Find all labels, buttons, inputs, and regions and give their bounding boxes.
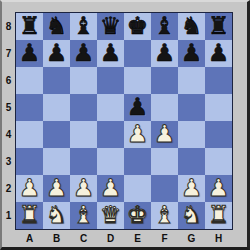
piece-black-pawn[interactable]: ♟ [46, 40, 68, 67]
square-d1[interactable]: ♛ [97, 202, 124, 229]
square-h5[interactable] [205, 94, 232, 121]
file-label-c: C [70, 232, 97, 245]
piece-white-bishop[interactable]: ♝ [73, 202, 95, 229]
square-f1[interactable]: ♝ [151, 202, 178, 229]
piece-black-knight[interactable]: ♞ [181, 13, 203, 40]
square-a2[interactable]: ♟ [16, 175, 43, 202]
square-f7[interactable]: ♟ [151, 40, 178, 67]
rank-label-5: 5 [3, 94, 14, 121]
square-b1[interactable]: ♞ [43, 202, 70, 229]
piece-black-bishop[interactable]: ♝ [73, 13, 95, 40]
square-d2[interactable]: ♟ [97, 175, 124, 202]
piece-black-king[interactable]: ♚ [127, 13, 149, 40]
board-frame: 87654321 ♜♞♝♛♚♝♞♜♟♟♟♟♟♟♟♟♟♟♟♟♟♟♟♟♜♞♝♛♚♝♞… [0, 0, 250, 250]
square-g8[interactable]: ♞ [178, 13, 205, 40]
piece-black-rook[interactable]: ♜ [19, 13, 41, 40]
piece-white-pawn[interactable]: ♟ [73, 175, 95, 202]
square-b4[interactable] [43, 121, 70, 148]
square-b6[interactable] [43, 67, 70, 94]
square-g1[interactable]: ♞ [178, 202, 205, 229]
piece-white-pawn[interactable]: ♟ [100, 175, 122, 202]
square-g4[interactable] [178, 121, 205, 148]
piece-white-knight[interactable]: ♞ [46, 202, 68, 229]
square-d7[interactable]: ♟ [97, 40, 124, 67]
square-a4[interactable] [16, 121, 43, 148]
square-e1[interactable]: ♚ [124, 202, 151, 229]
piece-white-pawn[interactable]: ♟ [208, 175, 230, 202]
square-f5[interactable] [151, 94, 178, 121]
square-e3[interactable] [124, 148, 151, 175]
file-label-g: G [178, 232, 205, 245]
piece-black-pawn[interactable]: ♟ [73, 40, 95, 67]
square-d3[interactable] [97, 148, 124, 175]
square-b8[interactable]: ♞ [43, 13, 70, 40]
piece-white-pawn[interactable]: ♟ [181, 175, 203, 202]
file-label-e: E [124, 232, 151, 245]
square-c1[interactable]: ♝ [70, 202, 97, 229]
square-e7[interactable] [124, 40, 151, 67]
square-d8[interactable]: ♛ [97, 13, 124, 40]
rank-label-7: 7 [3, 40, 14, 67]
rank-label-1: 1 [3, 202, 14, 229]
piece-black-pawn[interactable]: ♟ [19, 40, 41, 67]
square-c4[interactable] [70, 121, 97, 148]
rank-label-4: 4 [3, 121, 14, 148]
piece-black-queen[interactable]: ♛ [100, 13, 122, 40]
square-f3[interactable] [151, 148, 178, 175]
rank-label-8: 8 [3, 13, 14, 40]
square-c6[interactable] [70, 67, 97, 94]
piece-white-pawn[interactable]: ♟ [127, 121, 149, 148]
piece-white-pawn[interactable]: ♟ [19, 175, 41, 202]
piece-black-pawn[interactable]: ♟ [181, 40, 203, 67]
square-e8[interactable]: ♚ [124, 13, 151, 40]
square-g5[interactable] [178, 94, 205, 121]
piece-white-knight[interactable]: ♞ [181, 202, 203, 229]
file-labels: ABCDEFGH [16, 232, 232, 245]
square-b7[interactable]: ♟ [43, 40, 70, 67]
square-h7[interactable]: ♟ [205, 40, 232, 67]
square-h6[interactable] [205, 67, 232, 94]
piece-white-queen[interactable]: ♛ [100, 202, 122, 229]
square-a1[interactable]: ♜ [16, 202, 43, 229]
square-d5[interactable] [97, 94, 124, 121]
square-h4[interactable] [205, 121, 232, 148]
piece-white-rook[interactable]: ♜ [19, 202, 41, 229]
file-label-a: A [16, 232, 43, 245]
piece-black-bishop[interactable]: ♝ [154, 13, 176, 40]
square-g2[interactable]: ♟ [178, 175, 205, 202]
square-e6[interactable] [124, 67, 151, 94]
square-f4[interactable]: ♟ [151, 121, 178, 148]
square-f6[interactable] [151, 67, 178, 94]
chess-board: ♜♞♝♛♚♝♞♜♟♟♟♟♟♟♟♟♟♟♟♟♟♟♟♟♜♞♝♛♚♝♞♜ [15, 12, 233, 230]
piece-white-pawn[interactable]: ♟ [46, 175, 68, 202]
square-c8[interactable]: ♝ [70, 13, 97, 40]
piece-black-knight[interactable]: ♞ [46, 13, 68, 40]
square-b3[interactable] [43, 148, 70, 175]
piece-white-pawn[interactable]: ♟ [154, 121, 176, 148]
square-g7[interactable]: ♟ [178, 40, 205, 67]
square-e2[interactable] [124, 175, 151, 202]
rank-labels: 87654321 [3, 13, 14, 229]
file-label-f: F [151, 232, 178, 245]
square-h8[interactable]: ♜ [205, 13, 232, 40]
square-h1[interactable]: ♜ [205, 202, 232, 229]
square-a8[interactable]: ♜ [16, 13, 43, 40]
piece-black-pawn[interactable]: ♟ [127, 94, 149, 121]
square-e4[interactable]: ♟ [124, 121, 151, 148]
file-label-h: H [205, 232, 232, 245]
square-f8[interactable]: ♝ [151, 13, 178, 40]
square-g6[interactable] [178, 67, 205, 94]
rank-label-3: 3 [3, 148, 14, 175]
square-c7[interactable]: ♟ [70, 40, 97, 67]
square-e5[interactable]: ♟ [124, 94, 151, 121]
square-b5[interactable] [43, 94, 70, 121]
piece-black-pawn[interactable]: ♟ [208, 40, 230, 67]
square-a6[interactable] [16, 67, 43, 94]
piece-white-king[interactable]: ♚ [127, 202, 149, 229]
square-d6[interactable] [97, 67, 124, 94]
rank-label-6: 6 [3, 67, 14, 94]
file-label-d: D [97, 232, 124, 245]
piece-black-rook[interactable]: ♜ [208, 13, 230, 40]
square-c3[interactable] [70, 148, 97, 175]
square-b2[interactable]: ♟ [43, 175, 70, 202]
square-a7[interactable]: ♟ [16, 40, 43, 67]
piece-black-pawn[interactable]: ♟ [154, 40, 176, 67]
square-a3[interactable] [16, 148, 43, 175]
piece-white-rook[interactable]: ♜ [208, 202, 230, 229]
square-c5[interactable] [70, 94, 97, 121]
square-a5[interactable] [16, 94, 43, 121]
square-c2[interactable]: ♟ [70, 175, 97, 202]
square-d4[interactable] [97, 121, 124, 148]
piece-black-pawn[interactable]: ♟ [100, 40, 122, 67]
square-h2[interactable]: ♟ [205, 175, 232, 202]
square-g3[interactable] [178, 148, 205, 175]
square-f2[interactable] [151, 175, 178, 202]
square-h3[interactable] [205, 148, 232, 175]
file-label-b: B [43, 232, 70, 245]
rank-label-2: 2 [3, 175, 14, 202]
piece-white-bishop[interactable]: ♝ [154, 202, 176, 229]
